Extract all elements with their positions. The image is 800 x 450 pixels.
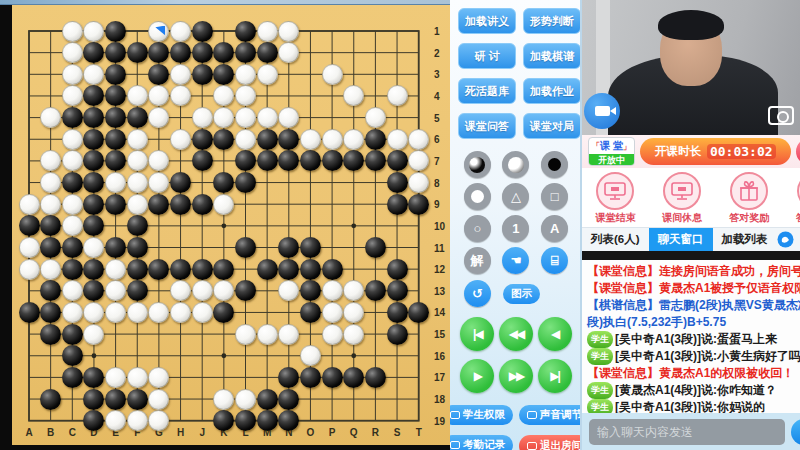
- board-column-label: B: [47, 427, 54, 438]
- board-row-label: 2: [434, 47, 440, 58]
- go-stone-white: [322, 324, 343, 345]
- go-stone-black: [170, 172, 191, 193]
- go-stone-black: [300, 302, 321, 323]
- letter-marker-tool[interactable]: A: [541, 215, 568, 242]
- go-stone-black: [257, 389, 278, 410]
- go-stone-white: [148, 389, 169, 410]
- number-marker-tool[interactable]: 1: [502, 215, 529, 242]
- go-stone-white: [170, 129, 191, 150]
- go-stone-white: [213, 389, 234, 410]
- chat-message: 学生[吴中奇A1(3段)]说:小黄生病好了吗: [587, 348, 800, 365]
- wrong-encourage-button[interactable]: 答错鼓励: [790, 172, 800, 225]
- play-button[interactable]: ▶: [460, 359, 494, 393]
- load-kifu-button[interactable]: 加载棋谱: [523, 43, 581, 69]
- circle-marker-tool[interactable]: ○: [464, 215, 491, 242]
- chat-message: 【棋谱信息】雷志鹏(2段)执黑VS黄晟杰冲腾(2段)执白(7.5,232手)B+…: [587, 297, 800, 331]
- class-open-badge: 「课 堂」 开放中: [588, 137, 635, 166]
- go-stone-black: [170, 259, 191, 280]
- go-stone-white: [62, 21, 83, 42]
- fast-rewind-button[interactable]: ◀◀: [499, 317, 533, 351]
- attendance-record-button[interactable]: 考勤记录: [442, 435, 513, 450]
- go-stone-black: [40, 324, 61, 345]
- student-badge: 学生: [587, 399, 613, 413]
- go-stone-black: [235, 42, 256, 63]
- speaker-icon: [527, 411, 537, 419]
- board-column-label: P: [329, 427, 336, 438]
- go-stone-black: [62, 367, 83, 388]
- go-stone-black: [257, 129, 278, 150]
- go-stone-black: [278, 129, 299, 150]
- chat-message: 学生[吴中奇A1(3段)]说:你妈说的: [587, 399, 800, 413]
- go-stone-white: [170, 64, 191, 85]
- go-stone-black: [408, 302, 429, 323]
- go-stone-white: [62, 215, 83, 236]
- go-stone-black: [365, 129, 386, 150]
- board-column-label: S: [394, 427, 401, 438]
- go-stone-white: [192, 280, 213, 301]
- board-row-label: 9: [434, 199, 440, 210]
- go-stone-white: [127, 367, 148, 388]
- explain-tool[interactable]: 解: [464, 247, 491, 274]
- letterbox-left: [0, 0, 12, 450]
- small-black-stone-tool[interactable]: [541, 151, 568, 178]
- go-stone-black: [192, 259, 213, 280]
- go-stone-white: [192, 302, 213, 323]
- go-stone-white: [192, 107, 213, 128]
- go-to-end-button[interactable]: ▶|: [538, 359, 572, 393]
- go-stone-white: [408, 129, 429, 150]
- class-break-button[interactable]: 课间休息: [656, 172, 708, 225]
- board-row-label: 3: [434, 69, 440, 80]
- chat-input-row: 发送: [582, 413, 800, 450]
- discuss-button[interactable]: 研 讨: [458, 43, 516, 69]
- go-stone-black: [148, 259, 169, 280]
- go-board[interactable]: ABCDEFGHJKLMNOPQRST123456789101112131415…: [12, 0, 450, 450]
- go-stone-black: [192, 129, 213, 150]
- go-stone-black: [62, 237, 83, 258]
- snapshot-camera-icon[interactable]: [768, 106, 794, 125]
- camera-icon: [450, 441, 460, 449]
- student-badge: 学生: [587, 331, 613, 348]
- video-camera-icon[interactable]: [584, 93, 620, 129]
- load-homework-button[interactable]: 加载作业: [523, 78, 581, 104]
- go-stone-white: [127, 410, 148, 431]
- class-status-row: 「课 堂」 开放中 开课时长 00:03:02 全屏: [582, 135, 800, 168]
- gift-icon: [730, 172, 768, 210]
- go-stone-black: [127, 42, 148, 63]
- white-dot-tool[interactable]: [464, 183, 491, 210]
- go-stone-white: [105, 302, 126, 323]
- go-stone-black: [322, 150, 343, 171]
- go-stone-black: [105, 64, 126, 85]
- go-stone-white: [343, 324, 364, 345]
- board-column-label: Q: [350, 427, 358, 438]
- black-stone-tool[interactable]: [464, 151, 491, 178]
- go-stone-black: [83, 194, 104, 215]
- go-stone-black: [235, 172, 256, 193]
- go-stone-white: [19, 194, 40, 215]
- white-stone-tool[interactable]: [502, 151, 529, 178]
- go-stone-white: [257, 324, 278, 345]
- go-stone-white: [257, 64, 278, 85]
- go-stone-white: [235, 324, 256, 345]
- go-stone-white: [300, 129, 321, 150]
- board-row-label: 19: [434, 415, 445, 426]
- chat-message: 学生[黄晟杰A1(4段)]说:你咋知道？: [587, 382, 800, 399]
- exit-icon: [527, 442, 537, 450]
- go-stone-white: [322, 64, 343, 85]
- go-stone-white: [105, 259, 126, 280]
- go-stone-white: [105, 172, 126, 193]
- send-button[interactable]: 发送: [791, 419, 800, 445]
- go-stone-white: [278, 324, 299, 345]
- go-stone-white: [170, 21, 191, 42]
- go-stone-black: [278, 389, 299, 410]
- go-stone-black: [300, 367, 321, 388]
- step-back-button[interactable]: ◀: [538, 317, 572, 351]
- go-stone-black: [387, 324, 408, 345]
- go-stone-black: [235, 21, 256, 42]
- timer-value: 00:03:02: [707, 144, 776, 159]
- board-zone: ABCDEFGHJKLMNOPQRST123456789101112131415…: [0, 0, 450, 450]
- diagram-button[interactable]: 图示: [503, 284, 540, 304]
- go-stone-white: [235, 389, 256, 410]
- go-to-start-button[interactable]: |◀: [460, 317, 494, 351]
- board-row-label: 18: [434, 394, 445, 405]
- go-stone-black: [127, 389, 148, 410]
- go-stone-black: [62, 345, 83, 366]
- go-stone-black: [213, 64, 234, 85]
- go-stone-white: [365, 107, 386, 128]
- board-row-label: 13: [434, 285, 445, 296]
- board-column-label: J: [199, 427, 205, 438]
- student-badge: 学生: [587, 348, 613, 365]
- camcorder-glyph: [595, 106, 610, 116]
- board-row-label: 15: [434, 329, 445, 340]
- board-row-label: 14: [434, 307, 445, 318]
- go-stone-black: [322, 367, 343, 388]
- teacher-webcam-video: ◖: [582, 0, 800, 135]
- situation-judgement-button[interactable]: 形势判断: [523, 8, 581, 34]
- chat-top-divider: [582, 251, 800, 260]
- chat-message: 学生[吴中奇A1(3段)]说:蛋蛋马上来: [587, 331, 800, 348]
- teacher-control-panel: 加载讲义形势判断研 讨加载棋谱死活题库加载作业课堂问答课堂对局 △□○1A解☚⌸…: [450, 0, 580, 450]
- go-stone-black: [300, 259, 321, 280]
- go-stone-white: [83, 324, 104, 345]
- fullscreen-button[interactable]: 全屏: [796, 138, 800, 165]
- go-stone-white: [127, 302, 148, 323]
- tabs-container: 列表(6人)聊天窗口加载列表: [582, 228, 777, 251]
- go-stone-white: [170, 302, 191, 323]
- board-column-label: R: [372, 427, 379, 438]
- go-stone-black: [127, 237, 148, 258]
- chat-message: 【课堂信息】黄晟杰A1的权限被收回！: [587, 365, 800, 382]
- board-row-label: 5: [434, 112, 440, 123]
- go-stone-black: [257, 42, 278, 63]
- board-column-label: C: [69, 427, 76, 438]
- go-stone-black: [257, 150, 278, 171]
- go-stone-black: [343, 367, 364, 388]
- go-stone-black: [62, 259, 83, 280]
- student-permission-button[interactable]: 学生权限: [442, 405, 513, 425]
- go-stone-white: [322, 129, 343, 150]
- teacher-hair: [658, 10, 724, 40]
- go-stone-black: [322, 259, 343, 280]
- board-row-label: 16: [434, 350, 445, 361]
- board-column-label: A: [25, 427, 32, 438]
- go-stone-black: [387, 194, 408, 215]
- go-stone-white: [62, 64, 83, 85]
- board-row-label: 7: [434, 155, 440, 166]
- go-stone-white: [387, 85, 408, 106]
- reward-action-row: 课堂结束 课间休息 答对奖励 答错鼓励: [582, 168, 800, 227]
- monitor-icon: [663, 172, 701, 210]
- go-stone-black: [105, 129, 126, 150]
- board-row-label: 11: [434, 242, 445, 253]
- clipboard-icon: [450, 411, 460, 419]
- go-stone-black: [105, 237, 126, 258]
- go-stone-black: [192, 194, 213, 215]
- playback-controls: |◀◀◀◀▶▶▶▶|: [458, 317, 574, 393]
- go-stone-black: [257, 259, 278, 280]
- chat-input[interactable]: [589, 419, 785, 445]
- go-stone-black: [40, 302, 61, 323]
- go-stone-white: [62, 194, 83, 215]
- go-stone-white: [148, 21, 169, 42]
- chat-message: 【课堂信息】连接房间语音成功，房间号：16: [587, 263, 800, 280]
- go-classroom-app: ABCDEFGHJKLMNOPQRST123456789101112131415…: [0, 0, 800, 450]
- end-class-label: 课堂结束: [589, 211, 641, 225]
- go-stone-black: [365, 237, 386, 258]
- class-qa-button[interactable]: 课堂问答: [458, 113, 516, 139]
- go-stone-black: [83, 259, 104, 280]
- go-stone-black: [127, 215, 148, 236]
- go-stone-white: [322, 280, 343, 301]
- go-stone-black: [127, 280, 148, 301]
- correct-reward-button[interactable]: 答对奖励: [723, 172, 775, 225]
- go-stone-white: [40, 194, 61, 215]
- go-stone-black: [83, 389, 104, 410]
- class-duration-timer: 开课时长 00:03:02: [640, 138, 791, 165]
- go-stone-black: [387, 150, 408, 171]
- board-column-label: H: [177, 427, 184, 438]
- tab-member-list[interactable]: 列表(6人): [582, 228, 649, 251]
- class-break-label: 课间休息: [656, 211, 708, 225]
- go-stone-black: [127, 107, 148, 128]
- go-stone-white: [40, 259, 61, 280]
- go-stone-black: [192, 64, 213, 85]
- go-stone-white: [322, 302, 343, 323]
- go-stone-black: [213, 259, 234, 280]
- go-stone-black: [19, 215, 40, 236]
- board-row-label: 17: [434, 372, 445, 383]
- annotation-tool-palette: △□○1A解☚⌸: [458, 151, 574, 274]
- go-stone-black: [278, 259, 299, 280]
- board-top-strip: [0, 0, 450, 5]
- function-button-grid: 加载讲义形势判断研 讨加载棋谱死活题库加载作业课堂问答课堂对局: [458, 8, 574, 139]
- go-stone-black: [387, 259, 408, 280]
- letterbox-bottom: [0, 445, 450, 450]
- board-row-label: 10: [434, 220, 445, 231]
- go-stone-white: [278, 21, 299, 42]
- load-lecture-button[interactable]: 加载讲义: [458, 8, 516, 34]
- square-marker-tool[interactable]: □: [541, 183, 568, 210]
- go-stone-white: [62, 129, 83, 150]
- eraser-roller-tool[interactable]: ⌸: [541, 247, 568, 274]
- go-stone-white: [127, 150, 148, 171]
- go-stone-black: [235, 237, 256, 258]
- go-stone-black: [192, 150, 213, 171]
- go-stone-white: [235, 64, 256, 85]
- go-stone-black: [387, 280, 408, 301]
- go-stone-black: [105, 21, 126, 42]
- go-stone-black: [387, 302, 408, 323]
- go-stone-white: [127, 129, 148, 150]
- board-row-label: 12: [434, 264, 445, 275]
- go-stone-white: [213, 194, 234, 215]
- go-stone-black: [257, 410, 278, 431]
- end-class-button[interactable]: 课堂结束: [589, 172, 641, 225]
- go-stone-white: [257, 21, 278, 42]
- go-stone-black: [387, 172, 408, 193]
- go-stone-white: [105, 367, 126, 388]
- tab-bar: 列表(6人)聊天窗口加载列表: [582, 227, 800, 251]
- board-row-label: 6: [434, 134, 440, 145]
- student-badge: 学生: [587, 382, 613, 399]
- go-stone-white: [19, 237, 40, 258]
- correct-reward-label: 答对奖励: [723, 211, 775, 225]
- right-panel: ◖ 「课 堂」 开放中 开课时长 00:03:02 全屏 课堂结束 课间休息: [580, 0, 800, 450]
- go-stone-white: [62, 302, 83, 323]
- go-stone-black: [365, 367, 386, 388]
- pointer-hand-tool[interactable]: ☚: [502, 247, 529, 274]
- board-row-label: 4: [434, 90, 440, 101]
- last-move-marker: [155, 26, 165, 36]
- raise-hand-icon[interactable]: [777, 231, 794, 248]
- go-stone-white: [387, 129, 408, 150]
- board-column-label: O: [307, 427, 315, 438]
- go-stone-black: [62, 324, 83, 345]
- class-game-button[interactable]: 课堂对局: [523, 113, 581, 139]
- go-stone-white: [19, 259, 40, 280]
- go-stone-black: [192, 42, 213, 63]
- tab-load-list[interactable]: 加载列表: [713, 228, 777, 251]
- go-stone-black: [127, 259, 148, 280]
- go-stone-white: [257, 107, 278, 128]
- go-stone-black: [105, 389, 126, 410]
- go-stone-black: [62, 107, 83, 128]
- tsumego-library-button[interactable]: 死活题库: [458, 78, 516, 104]
- chat-message-list[interactable]: 【课堂信息】连接房间语音成功，房间号：16【课堂信息】黄晟杰A1被授予仅语音权限…: [582, 260, 800, 413]
- go-stone-white: [235, 107, 256, 128]
- go-stone-black: [40, 237, 61, 258]
- go-stone-black: [300, 237, 321, 258]
- tab-chat-window[interactable]: 聊天窗口: [649, 228, 713, 251]
- go-stone-black: [192, 21, 213, 42]
- go-stone-black: [408, 194, 429, 215]
- go-stone-white: [127, 172, 148, 193]
- go-stone-white: [127, 194, 148, 215]
- board-row-label: 1: [434, 26, 440, 37]
- chat-message: 【课堂信息】黄晟杰A1被授予仅语音权限！: [587, 280, 800, 297]
- undo-tool[interactable]: ↺: [464, 280, 491, 307]
- go-stone-black: [105, 194, 126, 215]
- go-stone-white: [62, 42, 83, 63]
- go-stone-white: [235, 129, 256, 150]
- wrong-encourage-label: 答错鼓励: [790, 211, 800, 225]
- go-stone-white: [62, 280, 83, 301]
- go-stone-black: [148, 194, 169, 215]
- go-stone-black: [170, 194, 191, 215]
- fast-forward-button[interactable]: ▶▶: [499, 359, 533, 393]
- go-stone-black: [213, 129, 234, 150]
- go-stone-white: [83, 21, 104, 42]
- board-row-label: 8: [434, 177, 440, 188]
- board-column-label: T: [416, 427, 422, 438]
- triangle-marker-tool[interactable]: △: [502, 183, 529, 210]
- go-stone-white: [343, 129, 364, 150]
- go-stone-black: [19, 302, 40, 323]
- go-stone-black: [62, 172, 83, 193]
- go-stone-black: [40, 389, 61, 410]
- monitor-icon: [596, 172, 634, 210]
